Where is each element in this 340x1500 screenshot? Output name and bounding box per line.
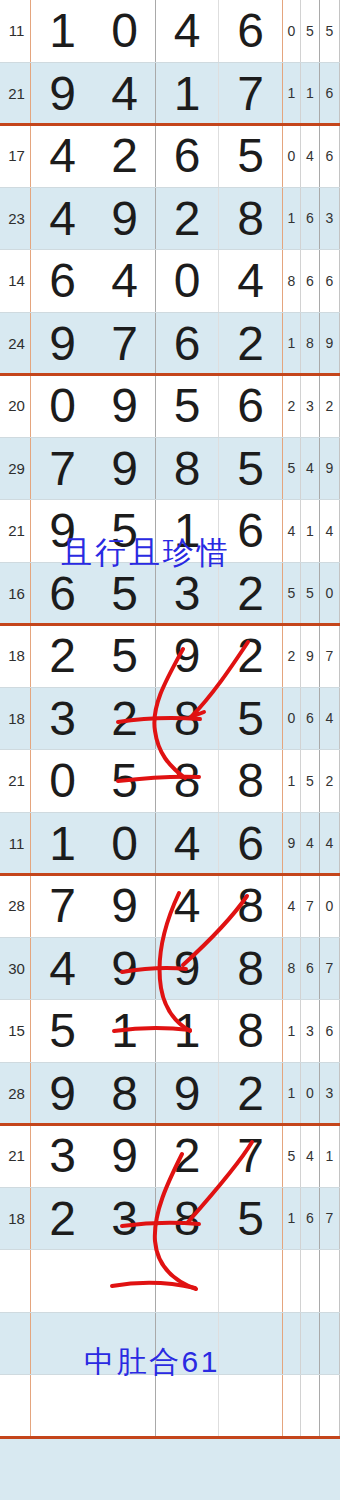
period-number: 21 [0, 63, 31, 125]
draw-digit-cell: 8 [156, 1188, 219, 1250]
tail-digit-cell: 4 [320, 688, 340, 750]
draw-digit-cell [219, 1313, 283, 1375]
draw-digit-cell: 6 [156, 313, 219, 375]
tail-digit-cell: 3 [301, 375, 320, 437]
group-divider-line [0, 123, 340, 126]
tail-digit-cell: 1 [283, 750, 301, 812]
tail-digit-cell: 6 [301, 250, 320, 312]
draw-digit-cell: 5 [219, 125, 283, 187]
tail-digit-cell [283, 1250, 301, 1312]
tail-digit-cell: 4 [301, 438, 320, 500]
table-row: 297985549 [0, 438, 340, 501]
draw-digit-cell: 4 [31, 188, 94, 250]
period-number: 11 [0, 813, 31, 875]
draw-digit-cell: 8 [94, 1063, 156, 1125]
tail-digit-cell: 2 [320, 750, 340, 812]
draw-digit-cell: 2 [156, 188, 219, 250]
draw-digit-cell: 5 [219, 1188, 283, 1250]
tail-digit-cell: 0 [283, 125, 301, 187]
period-number [0, 1250, 31, 1312]
draw-digit-cell: 1 [31, 0, 94, 62]
tail-digit-cell: 9 [283, 813, 301, 875]
table-row: 182385167 [0, 1188, 340, 1251]
draw-digit-cell [31, 1375, 94, 1437]
draw-digit-cell: 4 [156, 0, 219, 62]
tail-digit-cell: 5 [320, 0, 340, 62]
draw-digit-cell: 5 [94, 563, 156, 625]
draw-digit-cell: 4 [156, 875, 219, 937]
tail-digit-cell: 6 [320, 250, 340, 312]
tail-digit-cell: 3 [320, 188, 340, 250]
draw-digit-cell: 9 [94, 375, 156, 437]
draw-digit-cell: 1 [31, 813, 94, 875]
tail-digit-cell: 9 [301, 625, 320, 687]
draw-digit-cell: 2 [156, 1125, 219, 1187]
tail-digit-cell: 5 [283, 1125, 301, 1187]
tail-digit-cell: 7 [320, 938, 340, 1000]
draw-digit-cell: 5 [219, 438, 283, 500]
draw-digit-cell [31, 1250, 94, 1312]
table-row [0, 1375, 340, 1438]
tail-digit-cell: 9 [320, 313, 340, 375]
draw-digit-cell: 6 [156, 125, 219, 187]
period-number: 28 [0, 875, 31, 937]
draw-digit-cell: 7 [31, 875, 94, 937]
draw-digit-cell: 7 [219, 1125, 283, 1187]
table-row: 249762189 [0, 313, 340, 376]
tail-digit-cell: 0 [320, 563, 340, 625]
draw-digit-cell [156, 1375, 219, 1437]
draw-digit-cell: 2 [31, 1188, 94, 1250]
period-number: 21 [0, 750, 31, 812]
tail-digit-cell: 3 [301, 1000, 320, 1062]
tail-digit-cell [301, 1313, 320, 1375]
draw-digit-cell: 7 [31, 438, 94, 500]
draw-digit-cell: 5 [31, 1000, 94, 1062]
tail-digit-cell: 0 [301, 1063, 320, 1125]
group-divider-line [0, 873, 340, 876]
table-row: 304998867 [0, 938, 340, 1001]
draw-digit-cell: 3 [156, 563, 219, 625]
draw-digit-cell: 3 [94, 1188, 156, 1250]
tail-digit-cell: 7 [301, 875, 320, 937]
period-number: 18 [0, 625, 31, 687]
draw-digit-cell: 9 [94, 875, 156, 937]
period-number [0, 1375, 31, 1437]
period-number: 11 [0, 0, 31, 62]
draw-digit-cell: 6 [219, 813, 283, 875]
draw-digit-cell: 2 [94, 125, 156, 187]
draw-digit-cell: 9 [94, 188, 156, 250]
tail-digit-cell: 8 [283, 250, 301, 312]
draw-digit-cell: 3 [31, 1125, 94, 1187]
tail-digit-cell [301, 1375, 320, 1437]
period-number: 16 [0, 563, 31, 625]
tail-digit-cell: 1 [320, 1125, 340, 1187]
tail-digit-cell: 1 [283, 1000, 301, 1062]
draw-digit-cell: 9 [94, 938, 156, 1000]
tail-digit-cell: 0 [283, 688, 301, 750]
tail-digit-cell: 1 [301, 63, 320, 125]
table-row: 166532550 [0, 563, 340, 626]
group-divider-line [0, 373, 340, 376]
tail-digit-cell: 1 [301, 500, 320, 562]
draw-digit-cell: 2 [219, 1063, 283, 1125]
tail-digit-cell: 8 [283, 938, 301, 1000]
tail-digit-cell: 5 [283, 438, 301, 500]
draw-digit-cell: 8 [156, 438, 219, 500]
draw-digit-cell [219, 1250, 283, 1312]
draw-digit-cell [219, 1375, 283, 1437]
tail-digit-cell: 1 [283, 188, 301, 250]
draw-digit-cell: 0 [94, 813, 156, 875]
handwritten-note-prediction: 中肚合61 [84, 1347, 220, 1377]
period-number: 20 [0, 375, 31, 437]
table-row [0, 1250, 340, 1313]
draw-digit-cell: 5 [94, 750, 156, 812]
draw-digit-cell: 9 [31, 1063, 94, 1125]
draw-digit-cell: 5 [219, 688, 283, 750]
draw-digit-cell: 4 [156, 813, 219, 875]
tail-digit-cell: 4 [320, 500, 340, 562]
tail-digit-cell: 6 [301, 688, 320, 750]
draw-digit-cell: 0 [31, 750, 94, 812]
draw-digit-cell: 9 [31, 63, 94, 125]
group-divider-line [0, 1436, 340, 1439]
draw-digit-cell: 7 [219, 63, 283, 125]
tail-digit-cell: 6 [301, 938, 320, 1000]
draw-digit-cell [94, 1375, 156, 1437]
table-row: 174265046 [0, 125, 340, 188]
group-divider-line [0, 1123, 340, 1126]
period-number: 18 [0, 1188, 31, 1250]
table-row: 155118136 [0, 1000, 340, 1063]
draw-digit-cell: 8 [219, 750, 283, 812]
draw-digit-cell: 8 [219, 188, 283, 250]
draw-digit-cell: 9 [31, 313, 94, 375]
tail-digit-cell: 7 [320, 1188, 340, 1250]
period-number: 28 [0, 1063, 31, 1125]
tail-digit-cell [320, 1313, 340, 1375]
tail-digit-cell: 4 [283, 875, 301, 937]
draw-digit-cell: 5 [94, 625, 156, 687]
table-row: 200956232 [0, 375, 340, 438]
draw-digit-cell: 9 [94, 1125, 156, 1187]
tail-digit-cell: 6 [320, 63, 340, 125]
tail-digit-cell: 4 [320, 813, 340, 875]
tail-digit-cell: 0 [320, 875, 340, 937]
tail-digit-cell: 6 [320, 125, 340, 187]
tail-digit-cell: 1 [283, 1188, 301, 1250]
tail-digit-cell [320, 1250, 340, 1312]
draw-digit-cell: 2 [219, 313, 283, 375]
draw-digit-cell: 6 [31, 563, 94, 625]
handwritten-note-motto: 且行且珍惜 [61, 537, 231, 568]
draw-digit-cell: 9 [94, 438, 156, 500]
tail-digit-cell: 2 [283, 625, 301, 687]
draw-digit-cell: 0 [156, 250, 219, 312]
lottery-trend-chart: 1110460552194171161742650462349281631464… [0, 0, 340, 1500]
tail-digit-cell: 4 [301, 125, 320, 187]
draw-digit-cell: 1 [156, 63, 219, 125]
tail-digit-cell: 5 [301, 0, 320, 62]
draw-digit-cell [156, 1250, 219, 1312]
draw-digit-cell: 0 [31, 375, 94, 437]
tail-digit-cell [301, 1250, 320, 1312]
draw-digit-cell: 6 [31, 250, 94, 312]
draw-digit-cell: 1 [156, 1000, 219, 1062]
draw-digit-cell: 8 [219, 875, 283, 937]
tail-digit-cell: 6 [301, 1188, 320, 1250]
tail-digit-cell: 6 [301, 188, 320, 250]
draw-digit-cell [94, 1250, 156, 1312]
footer-strip [0, 1438, 340, 1500]
draw-digit-cell: 6 [219, 375, 283, 437]
draw-digit-cell: 8 [156, 750, 219, 812]
table-row: 111046055 [0, 0, 340, 63]
tail-digit-cell: 1 [283, 313, 301, 375]
draw-digit-cell: 8 [219, 938, 283, 1000]
tail-digit-cell: 6 [320, 1000, 340, 1062]
tail-digit-cell: 2 [320, 375, 340, 437]
tail-digit-cell: 0 [283, 0, 301, 62]
trend-table: 1110460552194171161742650462349281631464… [0, 0, 340, 1438]
tail-digit-cell: 5 [301, 750, 320, 812]
draw-digit-cell: 2 [31, 625, 94, 687]
tail-digit-cell: 5 [301, 563, 320, 625]
period-number [0, 1313, 31, 1375]
draw-digit-cell: 4 [31, 125, 94, 187]
draw-digit-cell: 9 [156, 938, 219, 1000]
draw-digit-cell: 7 [94, 313, 156, 375]
draw-digit-cell: 9 [156, 625, 219, 687]
tail-digit-cell [283, 1375, 301, 1437]
draw-digit-cell: 1 [94, 1000, 156, 1062]
draw-digit-cell: 9 [156, 1063, 219, 1125]
draw-digit-cell: 4 [94, 63, 156, 125]
draw-digit-cell: 2 [219, 625, 283, 687]
table-row: 289892103 [0, 1063, 340, 1126]
period-number: 15 [0, 1000, 31, 1062]
period-number: 17 [0, 125, 31, 187]
period-number: 18 [0, 688, 31, 750]
table-row: 219417116 [0, 63, 340, 126]
period-number: 14 [0, 250, 31, 312]
draw-digit-cell: 6 [219, 0, 283, 62]
tail-digit-cell: 4 [301, 813, 320, 875]
draw-digit-cell: 5 [156, 375, 219, 437]
table-row: 182592297 [0, 625, 340, 688]
table-row: 287948470 [0, 875, 340, 938]
tail-digit-cell: 3 [320, 1063, 340, 1125]
tail-digit-cell: 1 [283, 63, 301, 125]
draw-digit-cell: 4 [31, 938, 94, 1000]
period-number: 29 [0, 438, 31, 500]
tail-digit-cell: 2 [283, 375, 301, 437]
group-divider-line [0, 623, 340, 626]
table-row: 146404866 [0, 250, 340, 313]
period-number: 24 [0, 313, 31, 375]
tail-digit-cell: 9 [320, 438, 340, 500]
draw-digit-cell: 8 [219, 1000, 283, 1062]
tail-digit-cell: 1 [283, 1063, 301, 1125]
table-row: 234928163 [0, 188, 340, 251]
draw-digit-cell: 0 [94, 0, 156, 62]
table-row: 111046944 [0, 813, 340, 876]
tail-digit-cell: 4 [301, 1125, 320, 1187]
draw-digit-cell: 4 [94, 250, 156, 312]
tail-digit-cell: 8 [301, 313, 320, 375]
draw-digit-cell: 3 [31, 688, 94, 750]
table-row: 213927541 [0, 1125, 340, 1188]
table-row: 183285064 [0, 688, 340, 751]
draw-digit-cell: 2 [94, 688, 156, 750]
period-number: 21 [0, 500, 31, 562]
tail-digit-cell: 5 [283, 563, 301, 625]
draw-digit-cell: 4 [219, 250, 283, 312]
draw-digit-cell: 8 [156, 688, 219, 750]
draw-digit-cell: 2 [219, 563, 283, 625]
tail-digit-cell: 4 [283, 500, 301, 562]
tail-digit-cell [283, 1313, 301, 1375]
table-row: 210588152 [0, 750, 340, 813]
period-number: 30 [0, 938, 31, 1000]
period-number: 21 [0, 1125, 31, 1187]
period-number: 23 [0, 188, 31, 250]
tail-digit-cell: 7 [320, 625, 340, 687]
tail-digit-cell [320, 1375, 340, 1437]
